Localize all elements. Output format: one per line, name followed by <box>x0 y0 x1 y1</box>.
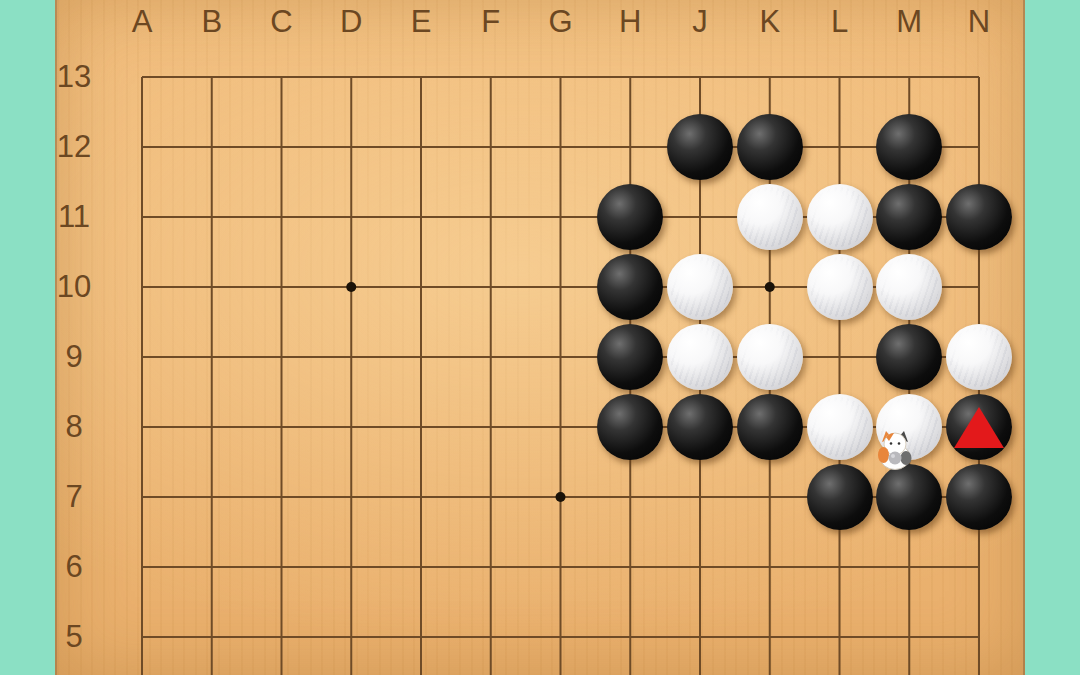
intersection-L6[interactable] <box>805 532 875 602</box>
stone-black <box>876 324 942 390</box>
intersection-A8[interactable] <box>107 392 177 462</box>
intersection-H11[interactable] <box>595 182 665 252</box>
intersection-F6[interactable] <box>456 532 526 602</box>
stone-black <box>597 394 663 460</box>
intersection-D9[interactable] <box>316 322 386 392</box>
intersection-K10[interactable] <box>735 252 805 322</box>
intersection-J5[interactable] <box>665 602 735 672</box>
intersection-G13[interactable] <box>526 42 596 112</box>
intersection-A13[interactable] <box>107 42 177 112</box>
intersection-F9[interactable] <box>456 322 526 392</box>
intersection-H7[interactable] <box>595 462 665 532</box>
intersection-G6[interactable] <box>526 532 596 602</box>
intersection-E9[interactable] <box>386 322 456 392</box>
intersection-A7[interactable] <box>107 462 177 532</box>
intersection-D7[interactable] <box>316 462 386 532</box>
col-label-L: L <box>805 0 875 44</box>
stone-black <box>597 184 663 250</box>
intersection-C11[interactable] <box>247 182 317 252</box>
intersection-G5[interactable] <box>526 602 596 672</box>
stone-white <box>807 184 873 250</box>
intersection-B9[interactable] <box>177 322 247 392</box>
intersection-C10[interactable] <box>247 252 317 322</box>
stone-black <box>667 114 733 180</box>
intersection-A6[interactable] <box>107 532 177 602</box>
intersection-H9[interactable] <box>595 322 665 392</box>
intersection-B13[interactable] <box>177 42 247 112</box>
col-label-J: J <box>665 0 735 44</box>
intersection-A10[interactable] <box>107 252 177 322</box>
col-label-M: M <box>874 0 944 44</box>
intersection-J10[interactable] <box>665 252 735 322</box>
col-label-G: G <box>526 0 596 44</box>
intersection-M9[interactable] <box>874 322 944 392</box>
col-label-D: D <box>316 0 386 44</box>
intersection-D13[interactable] <box>316 42 386 112</box>
intersection-M13[interactable] <box>874 42 944 112</box>
intersection-F8[interactable] <box>456 392 526 462</box>
intersection-L13[interactable] <box>805 42 875 112</box>
intersection-L11[interactable] <box>805 182 875 252</box>
intersection-H6[interactable] <box>595 532 665 602</box>
intersection-E13[interactable] <box>386 42 456 112</box>
stone-white <box>667 324 733 390</box>
intersection-B5[interactable] <box>177 602 247 672</box>
row-label-11: 11 <box>41 195 107 239</box>
row-label-8: 8 <box>41 405 107 449</box>
intersection-H8[interactable] <box>595 392 665 462</box>
intersection-K12[interactable] <box>735 112 805 182</box>
intersection-K9[interactable] <box>735 322 805 392</box>
intersection-C12[interactable] <box>247 112 317 182</box>
intersection-E5[interactable] <box>386 602 456 672</box>
intersection-E7[interactable] <box>386 462 456 532</box>
intersection-D5[interactable] <box>316 602 386 672</box>
intersection-F11[interactable] <box>456 182 526 252</box>
col-label-F: F <box>456 0 526 44</box>
intersection-J13[interactable] <box>665 42 735 112</box>
intersection-J7[interactable] <box>665 462 735 532</box>
col-label-B: B <box>177 0 247 44</box>
col-label-H: H <box>595 0 665 44</box>
stone-black <box>876 114 942 180</box>
intersection-D6[interactable] <box>316 532 386 602</box>
intersection-C6[interactable] <box>247 532 317 602</box>
intersection-J11[interactable] <box>665 182 735 252</box>
intersection-N8[interactable] <box>944 392 1014 462</box>
row-label-13: 13 <box>41 55 107 99</box>
col-label-A: A <box>107 0 177 44</box>
col-label-N: N <box>944 0 1014 44</box>
cat-mascot-icon <box>872 427 918 471</box>
intersection-N7[interactable] <box>944 462 1014 532</box>
stone-black <box>946 464 1012 530</box>
intersection-F13[interactable] <box>456 42 526 112</box>
intersection-M12[interactable] <box>874 112 944 182</box>
intersection-L9[interactable] <box>805 322 875 392</box>
intersection-M7[interactable] <box>874 462 944 532</box>
intersection-C13[interactable] <box>247 42 317 112</box>
intersection-M11[interactable] <box>874 182 944 252</box>
intersection-K13[interactable] <box>735 42 805 112</box>
intersection-H13[interactable] <box>595 42 665 112</box>
board-grid <box>107 42 1014 675</box>
intersection-L7[interactable] <box>805 462 875 532</box>
intersection-N12[interactable] <box>944 112 1014 182</box>
intersection-H5[interactable] <box>595 602 665 672</box>
row-label-9: 9 <box>41 335 107 379</box>
intersection-L5[interactable] <box>805 602 875 672</box>
stone-black <box>876 184 942 250</box>
stone-black <box>876 464 942 530</box>
col-label-E: E <box>386 0 456 44</box>
intersection-J12[interactable] <box>665 112 735 182</box>
row-label-5: 5 <box>41 615 107 659</box>
intersection-N5[interactable] <box>944 602 1014 672</box>
intersection-A12[interactable] <box>107 112 177 182</box>
intersection-F10[interactable] <box>456 252 526 322</box>
intersection-C5[interactable] <box>247 602 317 672</box>
intersection-J8[interactable] <box>665 392 735 462</box>
intersection-D10[interactable] <box>316 252 386 322</box>
intersection-J9[interactable] <box>665 322 735 392</box>
intersection-G12[interactable] <box>526 112 596 182</box>
intersection-G10[interactable] <box>526 252 596 322</box>
intersection-L8[interactable] <box>805 392 875 462</box>
intersection-F5[interactable] <box>456 602 526 672</box>
intersection-K8[interactable] <box>735 392 805 462</box>
intersection-E12[interactable] <box>386 112 456 182</box>
intersection-G8[interactable] <box>526 392 596 462</box>
intersection-M5[interactable] <box>874 602 944 672</box>
intersection-L12[interactable] <box>805 112 875 182</box>
stone-white <box>737 324 803 390</box>
intersection-N13[interactable] <box>944 42 1014 112</box>
intersection-A9[interactable] <box>107 322 177 392</box>
stone-white <box>667 254 733 320</box>
stone-black <box>737 394 803 460</box>
stone-black <box>667 394 733 460</box>
stone-white <box>737 184 803 250</box>
intersection-K6[interactable] <box>735 532 805 602</box>
stone-white <box>807 254 873 320</box>
stone-black <box>597 324 663 390</box>
intersection-J6[interactable] <box>665 532 735 602</box>
intersection-G7[interactable] <box>526 462 596 532</box>
intersection-C9[interactable] <box>247 322 317 392</box>
intersection-N11[interactable] <box>944 182 1014 252</box>
intersection-H10[interactable] <box>595 252 665 322</box>
intersection-B6[interactable] <box>177 532 247 602</box>
row-label-10: 10 <box>41 265 107 309</box>
intersection-E8[interactable] <box>386 392 456 462</box>
intersection-M10[interactable] <box>874 252 944 322</box>
intersection-B12[interactable] <box>177 112 247 182</box>
intersection-E11[interactable] <box>386 182 456 252</box>
stone-white <box>876 254 942 320</box>
intersection-E10[interactable] <box>386 252 456 322</box>
row-label-7: 7 <box>41 475 107 519</box>
stone-black <box>597 254 663 320</box>
intersection-K11[interactable] <box>735 182 805 252</box>
intersection-F12[interactable] <box>456 112 526 182</box>
intersection-B11[interactable] <box>177 182 247 252</box>
intersection-D8[interactable] <box>316 392 386 462</box>
intersection-D12[interactable] <box>316 112 386 182</box>
intersection-A11[interactable] <box>107 182 177 252</box>
intersection-M6[interactable] <box>874 532 944 602</box>
col-label-K: K <box>735 0 805 44</box>
intersection-E6[interactable] <box>386 532 456 602</box>
go-app-screen: ABCDEFGHJKLMN 1312111098765 <box>0 0 1080 675</box>
row-label-6: 6 <box>41 545 107 589</box>
stone-white <box>807 394 873 460</box>
intersection-L10[interactable] <box>805 252 875 322</box>
intersection-M8[interactable] <box>874 392 944 462</box>
intersection-G9[interactable] <box>526 322 596 392</box>
intersection-D11[interactable] <box>316 182 386 252</box>
intersection-A5[interactable] <box>107 602 177 672</box>
intersection-F7[interactable] <box>456 462 526 532</box>
intersection-B10[interactable] <box>177 252 247 322</box>
col-label-C: C <box>247 0 317 44</box>
intersection-H12[interactable] <box>595 112 665 182</box>
triangle-marker <box>954 407 1004 448</box>
intersection-K7[interactable] <box>735 462 805 532</box>
intersection-C7[interactable] <box>247 462 317 532</box>
stone-black <box>946 184 1012 250</box>
intersection-G11[interactable] <box>526 182 596 252</box>
intersection-B8[interactable] <box>177 392 247 462</box>
row-label-12: 12 <box>41 125 107 169</box>
intersection-B7[interactable] <box>177 462 247 532</box>
intersection-N9[interactable] <box>944 322 1014 392</box>
stone-black <box>807 464 873 530</box>
intersection-C8[interactable] <box>247 392 317 462</box>
intersection-N6[interactable] <box>944 532 1014 602</box>
stone-black <box>737 114 803 180</box>
goban: ABCDEFGHJKLMN 1312111098765 <box>55 0 1025 675</box>
intersection-K5[interactable] <box>735 602 805 672</box>
intersection-N10[interactable] <box>944 252 1014 322</box>
stone-white <box>946 324 1012 390</box>
